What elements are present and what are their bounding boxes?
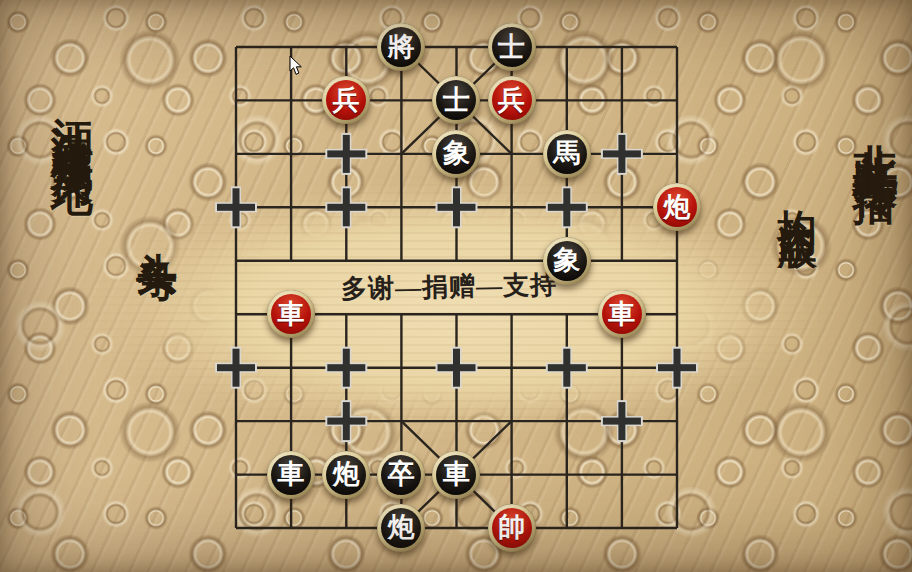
piece-glyph: 帥 <box>492 508 532 548</box>
piece-red-cannon[interactable]: 炮 <box>649 181 704 234</box>
piece-glyph: 車 <box>271 294 311 334</box>
piece-glyph: 炮 <box>326 455 366 495</box>
piece-black-general[interactable]: 將 <box>374 20 429 73</box>
piece-glyph: 將 <box>381 27 421 67</box>
piece-glyph: 炮 <box>381 508 421 548</box>
piece-black-pawn[interactable]: 卒 <box>374 448 429 501</box>
piece-glyph: 車 <box>602 294 642 334</box>
piece-red-general[interactable]: 帥 <box>484 501 539 554</box>
piece-disc: 炮 <box>322 451 370 499</box>
pieces-layer[interactable]: 將士兵士兵象馬炮象車車車炮卒車炮帥 <box>208 20 704 554</box>
piece-disc: 卒 <box>377 451 425 499</box>
piece-glyph: 馬 <box>547 134 587 174</box>
watermark-left-inner: 头条号 <box>130 219 185 237</box>
piece-glyph: 車 <box>271 455 311 495</box>
piece-glyph: 士 <box>436 80 476 120</box>
piece-disc: 將 <box>377 23 425 71</box>
piece-red-pawn[interactable]: 兵 <box>319 74 374 127</box>
piece-black-chariot[interactable]: 車 <box>264 448 319 501</box>
piece-red-chariot[interactable]: 車 <box>594 287 649 340</box>
piece-glyph: 車 <box>436 455 476 495</box>
piece-black-cannon[interactable]: 炮 <box>374 501 429 554</box>
piece-glyph: 士 <box>492 27 532 67</box>
piece-disc: 兵 <box>488 76 536 124</box>
piece-black-advisor[interactable]: 士 <box>484 20 539 73</box>
piece-glyph: 卒 <box>381 455 421 495</box>
piece-disc: 士 <box>432 76 480 124</box>
piece-red-chariot[interactable]: 車 <box>264 287 319 340</box>
piece-disc: 車 <box>598 290 646 338</box>
piece-disc: 帥 <box>488 504 536 552</box>
piece-disc: 象 <box>543 237 591 285</box>
piece-red-pawn[interactable]: 兵 <box>484 74 539 127</box>
piece-glyph: 象 <box>547 241 587 281</box>
piece-glyph: 兵 <box>326 80 366 120</box>
piece-disc: 車 <box>432 451 480 499</box>
piece-black-chariot[interactable]: 車 <box>429 448 484 501</box>
piece-glyph: 炮 <box>657 187 697 227</box>
watermark-right-outer: 非此头条号传播 <box>845 108 905 150</box>
piece-black-elephant[interactable]: 象 <box>429 127 484 180</box>
xiangqi-app-screen: 江湖象棋残局天地 头条号 均为盗版 非此头条号传播 多谢—捐赠—支持 <box>0 0 912 572</box>
watermark-left-outer: 江湖象棋残局天地 <box>44 84 100 148</box>
piece-black-elephant[interactable]: 象 <box>539 234 594 287</box>
piece-disc: 士 <box>488 23 536 71</box>
piece-black-cannon[interactable]: 炮 <box>319 448 374 501</box>
piece-black-advisor[interactable]: 士 <box>429 74 484 127</box>
watermark-right-inner: 均为盗版 <box>770 179 824 207</box>
piece-disc: 炮 <box>653 183 701 231</box>
piece-disc: 兵 <box>322 76 370 124</box>
piece-glyph: 兵 <box>492 80 532 120</box>
piece-disc: 車 <box>267 290 315 338</box>
mouse-cursor <box>289 55 304 76</box>
piece-disc: 車 <box>267 451 315 499</box>
piece-glyph: 象 <box>436 134 476 174</box>
piece-disc: 象 <box>432 130 480 178</box>
piece-disc: 馬 <box>543 130 591 178</box>
piece-disc: 炮 <box>377 504 425 552</box>
piece-black-horse[interactable]: 馬 <box>539 127 594 180</box>
